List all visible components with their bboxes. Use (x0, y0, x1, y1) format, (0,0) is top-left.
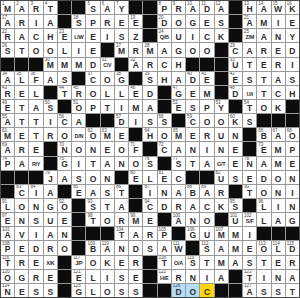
cell-r6c18[interactable]: S (243, 72, 256, 85)
cell-r1c4[interactable]: 4T (44, 1, 57, 14)
cell-r11c20[interactable]: M (272, 142, 285, 155)
cell-r17c9[interactable]: 104T (115, 227, 128, 240)
cell-r3c21[interactable]: Y (286, 29, 299, 42)
cell-r6c13[interactable]: A (172, 72, 185, 85)
cell-r19c19[interactable]: T (257, 256, 270, 269)
cell-r19c9[interactable]: E (115, 256, 128, 269)
cell-r3c12[interactable]: 24Q/B (158, 29, 171, 42)
cell-r6c11[interactable]: 39S (143, 72, 156, 85)
cell-r18c2[interactable]: E (15, 241, 28, 254)
cell-r17c17[interactable]: M (229, 227, 242, 240)
cell-r10c11[interactable]: 64H (143, 128, 156, 141)
cell-r11c3[interactable]: E (29, 142, 42, 155)
cell-r1c9[interactable]: 7Y (115, 1, 128, 14)
cell-r2c4[interactable]: A (44, 15, 57, 28)
cell-r10c13[interactable]: 65M (172, 128, 185, 141)
cell-r8c6[interactable]: 51O (72, 100, 85, 113)
cell-r18c19[interactable]: 113O (257, 241, 270, 254)
cell-r7c17[interactable]: 48D (229, 86, 242, 99)
cell-r17c12[interactable]: 105P (158, 227, 171, 240)
cell-r4c5[interactable]: L (58, 43, 71, 56)
cell-r18c18[interactable]: E (243, 241, 256, 254)
cell-r7c10[interactable]: 46E (129, 86, 142, 99)
cell-r16c9[interactable]: R (115, 213, 128, 226)
cell-r4c2[interactable]: T (15, 43, 28, 56)
cell-r2c16[interactable]: S (215, 15, 228, 28)
cell-r13c16[interactable]: 82U (215, 171, 228, 184)
cell-r19c3[interactable]: E (29, 256, 42, 269)
cell-r6c20[interactable]: A (272, 72, 285, 85)
cell-r13c18[interactable]: E (243, 171, 256, 184)
cell-r14c11[interactable]: 87I (143, 185, 156, 198)
cell-r8c1[interactable]: 49E (1, 100, 14, 113)
cell-r21c1[interactable]: 124N (1, 284, 14, 297)
cell-r8c7[interactable]: P (86, 100, 99, 113)
cell-r15c5[interactable]: 92O (58, 199, 71, 212)
cell-r20c12[interactable]: 122H/E (158, 270, 171, 283)
cell-r1c2[interactable]: 2A (15, 1, 28, 14)
cell-r15c9[interactable]: A (115, 199, 128, 212)
cell-r1c13[interactable]: 9R (172, 1, 185, 14)
cell-r4c11[interactable]: 28M (143, 43, 156, 56)
cell-r3c14[interactable]: I (186, 29, 199, 42)
cell-r21c18[interactable]: 127A (243, 284, 256, 297)
cell-r15c15[interactable]: C (200, 199, 213, 212)
cell-r6c4[interactable]: A (44, 72, 57, 85)
cell-r15c1[interactable]: 91L (1, 199, 14, 212)
cell-r14c2[interactable]: 83C (15, 185, 28, 198)
cell-r16c4[interactable]: U (44, 213, 57, 226)
cell-r12c21[interactable]: E (286, 157, 299, 170)
cell-r3c6[interactable]: L/W (72, 29, 85, 42)
cell-r7c21[interactable]: H (286, 86, 299, 99)
cell-r3c19[interactable]: A (257, 29, 270, 42)
cell-r19c17[interactable]: A (229, 256, 242, 269)
cell-r14c14[interactable]: 88B (186, 185, 199, 198)
cell-r17c3[interactable]: I (29, 227, 42, 240)
cell-r3c15[interactable]: C (200, 29, 213, 42)
cell-r10c17[interactable]: N (229, 128, 242, 141)
cell-r7c1[interactable]: 43R (1, 86, 14, 99)
cell-r2c19[interactable]: M (257, 15, 270, 28)
cell-r21c2[interactable]: E (15, 284, 28, 297)
cell-r2c14[interactable]: G (186, 15, 199, 28)
cell-r12c10[interactable]: O (129, 157, 142, 170)
cell-r17c14[interactable]: 106G (186, 227, 199, 240)
cell-r7c7[interactable]: O (86, 86, 99, 99)
cell-r11c6[interactable]: O (72, 142, 85, 155)
cell-r4c20[interactable]: E (272, 43, 285, 56)
cell-r6c19[interactable]: T (257, 72, 270, 85)
cell-r16c10[interactable]: 99M (129, 213, 142, 226)
cell-r9c6[interactable]: A (72, 114, 85, 127)
cell-r12c20[interactable]: M (272, 157, 285, 170)
cell-r20c13[interactable]: R (172, 270, 185, 283)
cell-r5c21[interactable]: I (286, 58, 299, 71)
cell-r18c21[interactable]: 115D (286, 241, 299, 254)
cell-r20c14[interactable]: N (186, 270, 199, 283)
cell-r6c17[interactable]: 42E (229, 72, 242, 85)
cell-r9c3[interactable]: T (29, 114, 42, 127)
cell-r6c14[interactable]: 40D (186, 72, 199, 85)
cell-r12c11[interactable]: 76S (143, 157, 156, 170)
cell-r11c7[interactable]: N (86, 142, 99, 155)
cell-r11c15[interactable]: I (200, 142, 213, 155)
cell-r3c13[interactable]: U (172, 29, 185, 42)
cell-r21c3[interactable]: S (29, 284, 42, 297)
cell-r15c14[interactable]: A (186, 199, 199, 212)
cell-r18c8[interactable]: 110A (101, 241, 114, 254)
cell-r12c7[interactable]: T (86, 157, 99, 170)
cell-r18c13[interactable]: 111W (172, 241, 185, 254)
cell-r9c11[interactable]: S (143, 114, 156, 127)
cell-r12c1[interactable]: 74P (1, 157, 14, 170)
cell-r17c2[interactable]: V (15, 227, 28, 240)
cell-r13c21[interactable]: N (286, 171, 299, 184)
cell-r18c17[interactable]: M (229, 241, 242, 254)
cell-r15c21[interactable]: N (286, 199, 299, 212)
cell-r6c2[interactable]: 35L (15, 72, 28, 85)
cell-r12c13[interactable]: 77S (172, 157, 185, 170)
cell-r8c16[interactable]: 53Y (215, 100, 228, 113)
cell-r12c3[interactable]: R/Y (29, 157, 42, 170)
cell-r16c20[interactable]: A (272, 213, 285, 226)
cell-r11c16[interactable]: N (215, 142, 228, 155)
cell-r13c19[interactable]: D (257, 171, 270, 184)
cell-r21c21[interactable]: T (286, 284, 299, 297)
cell-r18c5[interactable]: O (58, 241, 71, 254)
cell-r20c7[interactable]: L (86, 270, 99, 283)
cell-r19c21[interactable]: R (286, 256, 299, 269)
cell-r15c19[interactable]: 96L (257, 199, 270, 212)
cell-r17c18[interactable]: I (243, 227, 256, 240)
cell-r18c12[interactable]: A (158, 241, 171, 254)
cell-r7c15[interactable]: M (200, 86, 213, 99)
cell-r17c11[interactable]: R (143, 227, 156, 240)
cell-r20c16[interactable]: A (215, 270, 228, 283)
cell-r7c18[interactable]: U/I (243, 86, 256, 99)
cell-r2c7[interactable]: P (86, 15, 99, 28)
cell-r6c8[interactable]: O (101, 72, 114, 85)
cell-r10c9[interactable]: E (115, 128, 128, 141)
cell-r3c20[interactable]: N (272, 29, 285, 42)
cell-r20c2[interactable]: G (15, 270, 28, 283)
cell-r10c5[interactable]: O (58, 128, 71, 141)
cell-r10c4[interactable]: R (44, 128, 57, 141)
cell-r17c5[interactable]: N (58, 227, 71, 240)
cell-r20c3[interactable]: R (29, 270, 42, 283)
cell-r5c13[interactable]: H (172, 58, 185, 71)
cell-r7c11[interactable]: D (143, 86, 156, 99)
cell-r21c7[interactable]: L (86, 284, 99, 297)
cell-r16c5[interactable]: E (58, 213, 71, 226)
cell-r21c13[interactable]: 126D (172, 284, 185, 297)
cell-r4c12[interactable]: A (158, 43, 171, 56)
cell-r8c3[interactable]: A (29, 100, 42, 113)
cell-r7c5[interactable]: 44T (58, 86, 71, 99)
cell-r9c16[interactable]: O (215, 114, 228, 127)
cell-r10c19[interactable]: 66B (257, 128, 270, 141)
cell-r8c4[interactable]: 50S (44, 100, 57, 113)
cell-r8c8[interactable]: T (101, 100, 114, 113)
cell-r12c2[interactable]: A (15, 157, 28, 170)
cell-r2c3[interactable]: I (29, 15, 42, 28)
cell-r8c2[interactable]: T (15, 100, 28, 113)
cell-r18c9[interactable]: N (115, 241, 128, 254)
cell-r14c19[interactable]: O (257, 185, 270, 198)
cell-r5c19[interactable]: E (257, 58, 270, 71)
cell-r7c13[interactable]: 47G (172, 86, 185, 99)
cell-r14c20[interactable]: N (272, 185, 285, 198)
cell-r1c7[interactable]: 5S (86, 1, 99, 14)
cell-r12c16[interactable]: G/T (215, 157, 228, 170)
cell-r9c14[interactable]: 59C (186, 114, 199, 127)
cell-r8c14[interactable]: S (186, 100, 199, 113)
cell-r8c15[interactable]: P (200, 100, 213, 113)
cell-r5c17[interactable]: 33U (229, 58, 242, 71)
cell-r13c6[interactable]: S (72, 171, 85, 184)
cell-r11c10[interactable]: 71F (129, 142, 142, 155)
cell-r2c20[interactable]: I (272, 15, 285, 28)
cell-r2c8[interactable]: R (101, 15, 114, 28)
cell-r1c3[interactable]: 3R (29, 1, 42, 14)
cell-r19c2[interactable]: R (15, 256, 28, 269)
cell-r19c15[interactable]: T (200, 256, 213, 269)
cell-r11c9[interactable]: O (115, 142, 128, 155)
cell-r7c2[interactable]: E (15, 86, 28, 99)
cell-r9c4[interactable]: I (44, 114, 57, 127)
cell-r4c18[interactable]: A (243, 43, 256, 56)
cell-r1c1[interactable]: 1M (1, 1, 14, 14)
cell-r19c6[interactable]: 117J/P (72, 256, 85, 269)
cell-r1c8[interactable]: 6A (101, 1, 114, 14)
cell-r11c13[interactable]: A (172, 142, 185, 155)
cell-r7c20[interactable]: C (272, 86, 285, 99)
cell-r21c14[interactable]: O (186, 284, 199, 297)
cell-r13c11[interactable]: L (143, 171, 156, 184)
cell-r19c1[interactable]: 116T (1, 256, 14, 269)
cell-r8c9[interactable]: I (115, 100, 128, 113)
cell-r9c15[interactable]: O (200, 114, 213, 127)
cell-r2c21[interactable]: E (286, 15, 299, 28)
cell-r10c21[interactable]: 68O (286, 128, 299, 141)
cell-r16c18[interactable]: 102S/F (243, 213, 256, 226)
cell-r14c8[interactable]: S (101, 185, 114, 198)
cell-r21c6[interactable]: 125G (72, 284, 85, 297)
cell-r1c19[interactable]: 14A (257, 1, 270, 14)
cell-r14c3[interactable]: 84I (29, 185, 42, 198)
cell-r15c20[interactable]: I (272, 199, 285, 212)
cell-r16c17[interactable]: 101U (229, 213, 242, 226)
cell-r10c1[interactable]: 61M (1, 128, 14, 141)
cell-r13c5[interactable]: A (58, 171, 71, 184)
cell-r3c10[interactable]: Z (129, 29, 142, 42)
cell-r4c19[interactable]: R (257, 43, 270, 56)
cell-r8c20[interactable]: K (272, 100, 285, 113)
cell-r1c15[interactable]: 11D (200, 1, 213, 14)
cell-r14c7[interactable]: A (86, 185, 99, 198)
cell-r17c10[interactable]: A (129, 227, 142, 240)
cell-r14c18[interactable]: 90T (243, 185, 256, 198)
cell-r15c11[interactable]: 94C (143, 199, 156, 212)
cell-r6c3[interactable]: 36F (29, 72, 42, 85)
cell-r17c4[interactable]: A (44, 227, 57, 240)
cell-r6c15[interactable]: 41E (200, 72, 213, 85)
cell-r15c13[interactable]: R (172, 199, 185, 212)
cell-r6c7[interactable]: 37C (86, 72, 99, 85)
cell-r20c15[interactable]: I (200, 270, 213, 283)
cell-r16c19[interactable]: L (257, 213, 270, 226)
cell-r8c10[interactable]: M (129, 100, 142, 113)
cell-r19c20[interactable]: E (272, 256, 285, 269)
cell-r9c17[interactable]: 60K (229, 114, 242, 127)
cell-r10c12[interactable]: O (158, 128, 171, 141)
cell-r16c21[interactable]: G (286, 213, 299, 226)
cell-r21c8[interactable]: O (101, 284, 114, 297)
cell-r10c3[interactable]: T (29, 128, 42, 141)
cell-r2c10[interactable]: 19E (129, 15, 142, 28)
cell-r12c17[interactable]: E (229, 157, 242, 170)
cell-r16c3[interactable]: S (29, 213, 42, 226)
cell-r9c1[interactable]: 55A (1, 114, 14, 127)
cell-r3c5[interactable]: 23E (58, 29, 71, 42)
cell-r18c16[interactable]: A (215, 241, 228, 254)
cell-r21c9[interactable]: S (115, 284, 128, 297)
cell-r18c7[interactable]: 109B (86, 241, 99, 254)
cell-r4c1[interactable]: 26S (1, 43, 14, 56)
cell-r20c8[interactable]: I (101, 270, 114, 283)
cell-r21c10[interactable]: S (129, 284, 142, 297)
cell-r20c4[interactable]: E (44, 270, 57, 283)
cell-r13c17[interactable]: S (229, 171, 242, 184)
cell-r20c18[interactable]: 123T (243, 270, 256, 283)
cell-r21c19[interactable]: S (257, 284, 270, 297)
cell-r14c16[interactable]: R (215, 185, 228, 198)
cell-r16c2[interactable]: N (15, 213, 28, 226)
cell-r14c4[interactable]: A (44, 185, 57, 198)
cell-r8c11[interactable]: A (143, 100, 156, 113)
cell-r15c2[interactable]: O (15, 199, 28, 212)
cell-r11c21[interactable]: P (286, 142, 299, 155)
cell-r16c7[interactable]: 98T (86, 213, 99, 226)
cell-r3c9[interactable]: S (115, 29, 128, 42)
cell-r6c12[interactable]: H (158, 72, 171, 85)
cell-r5c4[interactable]: 30M (44, 58, 57, 71)
cell-r10c16[interactable]: U (215, 128, 228, 141)
cell-r5c6[interactable]: M (72, 58, 85, 71)
cell-r3c3[interactable]: C (29, 29, 42, 42)
cell-r18c3[interactable]: D (29, 241, 42, 254)
cell-r4c4[interactable]: O (44, 43, 57, 56)
cell-r9c5[interactable]: 56C (58, 114, 71, 127)
cell-r2c15[interactable]: E (200, 15, 213, 28)
cell-r8c19[interactable]: O (257, 100, 270, 113)
cell-r19c16[interactable]: M (215, 256, 228, 269)
cell-r1c14[interactable]: 10A (186, 1, 199, 14)
cell-r16c14[interactable]: N (186, 213, 199, 226)
cell-r12c5[interactable]: 75G (58, 157, 71, 170)
cell-r7c3[interactable]: L (29, 86, 42, 99)
cell-r12c14[interactable]: T (186, 157, 199, 170)
cell-r21c20[interactable]: S (272, 284, 285, 297)
cell-r5c12[interactable]: C (158, 58, 171, 71)
cell-r2c9[interactable]: E (115, 15, 128, 28)
cell-r12c19[interactable]: A (257, 157, 270, 170)
cell-r7c14[interactable]: E (186, 86, 199, 99)
cell-r19c7[interactable]: O (86, 256, 99, 269)
cell-r10c2[interactable]: E (15, 128, 28, 141)
cell-r20c6[interactable]: 121E (72, 270, 85, 283)
cell-r4c15[interactable]: O (200, 43, 213, 56)
cell-r2c18[interactable]: 21A (243, 15, 256, 28)
cell-r1c21[interactable]: 16K (286, 1, 299, 14)
cell-r1c16[interactable]: 12A (215, 1, 228, 14)
cell-r10c7[interactable]: 62O (86, 128, 99, 141)
cell-r15c8[interactable]: T (101, 199, 114, 212)
cell-r15c7[interactable]: 93S (86, 199, 99, 212)
cell-r4c3[interactable]: O (29, 43, 42, 56)
cell-r4c21[interactable]: D (286, 43, 299, 56)
cell-r13c13[interactable]: C (172, 171, 185, 184)
cell-r2c6[interactable]: 18S (72, 15, 85, 28)
cell-r21c4[interactable]: S (44, 284, 57, 297)
cell-r16c15[interactable]: O (200, 213, 213, 226)
cell-r17c16[interactable]: 107M (215, 227, 228, 240)
cell-r10c20[interactable]: 67A (272, 128, 285, 141)
cell-r13c7[interactable]: O (86, 171, 99, 184)
cell-r4c14[interactable]: O (186, 43, 199, 56)
cell-r20c10[interactable]: E (129, 270, 142, 283)
cell-r12c18[interactable]: 78N (243, 157, 256, 170)
cell-r5c18[interactable]: T (243, 58, 256, 71)
cell-r13c20[interactable]: O (272, 171, 285, 184)
cell-r4c17[interactable]: 29C (229, 43, 242, 56)
cell-r18c10[interactable]: D (129, 241, 142, 254)
cell-r11c19[interactable]: 73E (257, 142, 270, 155)
cell-r9c12[interactable]: 58S (158, 114, 171, 127)
cell-r2c1[interactable]: 17A (1, 15, 14, 28)
cell-r10c14[interactable]: E (186, 128, 199, 141)
cell-r9c18[interactable]: S (243, 114, 256, 127)
cell-r15c12[interactable]: D (158, 199, 171, 212)
cell-r14c9[interactable]: 86T (115, 185, 128, 198)
cell-r11c12[interactable]: 72C (158, 142, 171, 155)
cell-r18c20[interactable]: 114L (272, 241, 285, 254)
cell-r14c12[interactable]: N (158, 185, 171, 198)
cell-r15c16[interactable]: K (215, 199, 228, 212)
cell-r11c1[interactable]: 69A (1, 142, 14, 155)
cell-r20c1[interactable]: 120O (1, 270, 14, 283)
cell-r20c21[interactable]: A (286, 270, 299, 283)
cell-r18c11[interactable]: S (143, 241, 156, 254)
cell-r13c10[interactable]: 80E (129, 171, 142, 184)
cell-r11c8[interactable]: E (101, 142, 114, 155)
cell-r9c2[interactable]: T (15, 114, 28, 127)
cell-r5c8[interactable]: 31C/V (101, 58, 114, 71)
cell-r10c15[interactable]: R (200, 128, 213, 141)
cell-r18c15[interactable]: 112S (200, 241, 213, 254)
cell-r5c7[interactable]: D (86, 58, 99, 71)
cell-r10c6[interactable]: D/N (72, 128, 85, 141)
cell-r14c21[interactable]: I (286, 185, 299, 198)
cell-r3c16[interactable]: K (215, 29, 228, 42)
cell-r2c2[interactable]: R (15, 15, 28, 28)
cell-r15c3[interactable]: N (29, 199, 42, 212)
cell-r3c7[interactable]: E (86, 29, 99, 42)
cell-r7c6[interactable]: 45R (72, 86, 85, 99)
cell-r17c15[interactable]: U (200, 227, 213, 240)
cell-r2c12[interactable]: 20D (158, 15, 171, 28)
